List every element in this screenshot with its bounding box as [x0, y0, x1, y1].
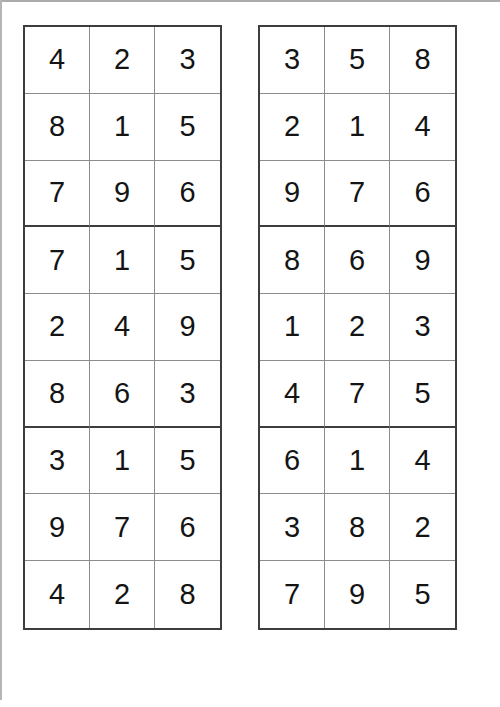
cell-right-r4c1: 8	[260, 227, 325, 294]
page-left-edge-line	[0, 0, 2, 700]
cell-left-r8c3: 6	[155, 494, 220, 561]
cell-right-r3c1: 9	[260, 161, 325, 228]
left-number-grid: 423815796715249863315976428	[23, 25, 222, 630]
cell-left-r3c1: 7	[25, 161, 90, 228]
cell-left-r4c3: 5	[155, 227, 220, 294]
cell-right-r8c3: 2	[390, 494, 455, 561]
cell-left-r7c2: 1	[90, 428, 155, 495]
cell-right-r9c3: 5	[390, 561, 455, 628]
cell-right-r4c3: 9	[390, 227, 455, 294]
cell-left-r2c1: 8	[25, 94, 90, 161]
cell-left-r5c1: 2	[25, 294, 90, 361]
cell-right-r2c1: 2	[260, 94, 325, 161]
cell-right-r7c1: 6	[260, 428, 325, 495]
cell-right-r5c2: 2	[325, 294, 390, 361]
cell-right-r1c3: 8	[390, 27, 455, 94]
cell-right-r9c1: 7	[260, 561, 325, 628]
cell-left-r5c2: 4	[90, 294, 155, 361]
cell-right-r7c2: 1	[325, 428, 390, 495]
cell-left-r1c1: 4	[25, 27, 90, 94]
cell-right-r5c3: 3	[390, 294, 455, 361]
cell-right-r5c1: 1	[260, 294, 325, 361]
cell-right-r7c3: 4	[390, 428, 455, 495]
cell-left-r7c1: 3	[25, 428, 90, 495]
cell-left-r2c2: 1	[90, 94, 155, 161]
cell-right-r1c1: 3	[260, 27, 325, 94]
cell-left-r6c2: 6	[90, 361, 155, 428]
cell-left-r6c3: 3	[155, 361, 220, 428]
cell-left-r9c3: 8	[155, 561, 220, 628]
cell-left-r8c2: 7	[90, 494, 155, 561]
cell-right-r8c2: 8	[325, 494, 390, 561]
cell-right-r3c2: 7	[325, 161, 390, 228]
cell-right-r2c2: 1	[325, 94, 390, 161]
cell-right-r2c3: 4	[390, 94, 455, 161]
cell-left-r8c1: 9	[25, 494, 90, 561]
cell-left-r4c2: 1	[90, 227, 155, 294]
cell-right-r3c3: 6	[390, 161, 455, 228]
cell-left-r9c2: 2	[90, 561, 155, 628]
cell-right-r6c2: 7	[325, 361, 390, 428]
page-top-edge-line	[0, 0, 500, 2]
cell-right-r8c1: 3	[260, 494, 325, 561]
cell-left-r6c1: 8	[25, 361, 90, 428]
cell-left-r4c1: 7	[25, 227, 90, 294]
cell-left-r7c3: 5	[155, 428, 220, 495]
cell-right-r9c2: 9	[325, 561, 390, 628]
cell-left-r2c3: 5	[155, 94, 220, 161]
cell-left-r3c2: 9	[90, 161, 155, 228]
cell-right-r1c2: 5	[325, 27, 390, 94]
cell-right-r4c2: 6	[325, 227, 390, 294]
cell-left-r9c1: 4	[25, 561, 90, 628]
cell-left-r1c3: 3	[155, 27, 220, 94]
cell-right-r6c3: 5	[390, 361, 455, 428]
cell-left-r1c2: 2	[90, 27, 155, 94]
worksheet-page: 423815796715249863315976428 358214976869…	[0, 0, 500, 707]
cell-left-r3c3: 6	[155, 161, 220, 228]
cell-left-r5c3: 9	[155, 294, 220, 361]
cell-right-r6c1: 4	[260, 361, 325, 428]
right-number-grid: 358214976869123475614382795	[258, 25, 457, 630]
